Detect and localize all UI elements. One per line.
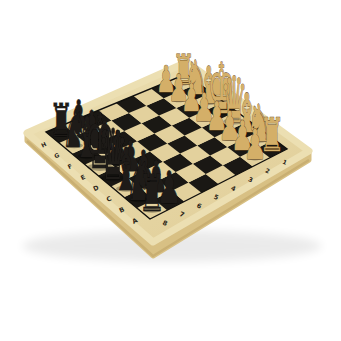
- white-pawn-a2[interactable]: ♟: [243, 121, 266, 169]
- board-svg: ABCDEFGH87654321♜♟♞♟♝♟♚♟♛♟♟♝♜♟♟♞♞♟♟♜♝♟♟♚…: [0, 0, 341, 341]
- black-rook-a8[interactable]: ♜: [138, 164, 166, 223]
- chess-set-photo: ABCDEFGH87654321♜♟♞♟♝♟♚♟♛♟♟♝♜♟♟♞♞♟♟♜♝♟♟♚…: [0, 0, 341, 341]
